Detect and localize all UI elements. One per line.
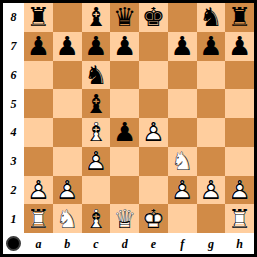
piece-black-pawn[interactable]: ♟ <box>110 32 139 61</box>
file-label-g: g <box>197 233 226 254</box>
square-e8[interactable]: ♚ <box>139 3 168 32</box>
square-h6[interactable] <box>225 61 254 90</box>
square-a1[interactable]: ♜♖ <box>24 204 53 233</box>
file-label-e: e <box>139 233 168 254</box>
square-a2[interactable]: ♟♙ <box>24 176 53 205</box>
chess-diagram-frame: 8♜♝♛♚♞♜7♟♟♟♟♟♟♟6♞5♝4♝♗♟♟♙3♟♙♞♘2♟♙♟♙♟♙♟♙♟… <box>0 0 257 257</box>
square-a5[interactable] <box>24 89 53 118</box>
piece-white-bishop[interactable]: ♝♗ <box>82 118 111 147</box>
file-label-c: c <box>82 233 111 254</box>
square-d5[interactable] <box>110 89 139 118</box>
chess-diagram-inner: 8♜♝♛♚♞♜7♟♟♟♟♟♟♟6♞5♝4♝♗♟♟♙3♟♙♞♘2♟♙♟♙♟♙♟♙♟… <box>3 3 254 254</box>
square-d4[interactable]: ♟ <box>110 118 139 147</box>
rank-label-8: 8 <box>3 3 24 32</box>
file-label-a: a <box>24 233 53 254</box>
piece-black-pawn[interactable]: ♟ <box>82 32 111 61</box>
piece-white-rook[interactable]: ♜♖ <box>225 204 254 233</box>
square-g8[interactable]: ♞ <box>197 3 226 32</box>
piece-white-king[interactable]: ♚♔ <box>139 204 168 233</box>
square-b1[interactable]: ♞♘ <box>53 204 82 233</box>
rank-label-3: 3 <box>3 147 24 176</box>
piece-white-knight[interactable]: ♞♘ <box>168 147 197 176</box>
square-e7[interactable] <box>139 32 168 61</box>
square-c6[interactable]: ♞ <box>82 61 111 90</box>
square-c8[interactable]: ♝ <box>82 3 111 32</box>
piece-black-pawn[interactable]: ♟ <box>24 32 53 61</box>
square-e6[interactable] <box>139 61 168 90</box>
piece-white-pawn[interactable]: ♟♙ <box>82 147 111 176</box>
square-h4[interactable] <box>225 118 254 147</box>
square-c5[interactable]: ♝ <box>82 89 111 118</box>
square-g6[interactable] <box>197 61 226 90</box>
square-a7[interactable]: ♟ <box>24 32 53 61</box>
square-d3[interactable] <box>110 147 139 176</box>
square-g2[interactable]: ♟♙ <box>197 176 226 205</box>
square-h5[interactable] <box>225 89 254 118</box>
square-f7[interactable]: ♟ <box>168 32 197 61</box>
square-a8[interactable]: ♜ <box>24 3 53 32</box>
piece-black-pawn[interactable]: ♟ <box>197 32 226 61</box>
square-a3[interactable] <box>24 147 53 176</box>
square-f3[interactable]: ♞♘ <box>168 147 197 176</box>
rank-label-7: 7 <box>3 32 24 61</box>
square-f1[interactable] <box>168 204 197 233</box>
square-e5[interactable] <box>139 89 168 118</box>
square-b2[interactable]: ♟♙ <box>53 176 82 205</box>
square-b6[interactable] <box>53 61 82 90</box>
piece-black-pawn[interactable]: ♟ <box>225 32 254 61</box>
square-g5[interactable] <box>197 89 226 118</box>
piece-white-pawn[interactable]: ♟♙ <box>139 118 168 147</box>
square-a6[interactable] <box>24 61 53 90</box>
rank-label-2: 2 <box>3 176 24 205</box>
square-b3[interactable] <box>53 147 82 176</box>
square-c1[interactable]: ♝♗ <box>82 204 111 233</box>
square-h8[interactable]: ♜ <box>225 3 254 32</box>
square-h7[interactable]: ♟ <box>225 32 254 61</box>
piece-black-bishop[interactable]: ♝ <box>82 3 111 32</box>
file-label-h: h <box>225 233 254 254</box>
rank-label-1: 1 <box>3 204 24 233</box>
piece-white-pawn[interactable]: ♟♙ <box>197 176 226 205</box>
square-e4[interactable]: ♟♙ <box>139 118 168 147</box>
piece-white-pawn[interactable]: ♟♙ <box>168 176 197 205</box>
rank-label-4: 4 <box>3 118 24 147</box>
piece-white-queen[interactable]: ♛♕ <box>110 204 139 233</box>
square-g7[interactable]: ♟ <box>197 32 226 61</box>
chess-board: 8♜♝♛♚♞♜7♟♟♟♟♟♟♟6♞5♝4♝♗♟♟♙3♟♙♞♘2♟♙♟♙♟♙♟♙♟… <box>3 3 254 254</box>
square-c2[interactable] <box>82 176 111 205</box>
file-label-f: f <box>168 233 197 254</box>
piece-white-rook[interactable]: ♜♖ <box>24 204 53 233</box>
file-label-d: d <box>110 233 139 254</box>
square-g4[interactable] <box>197 118 226 147</box>
file-label-b: b <box>53 233 82 254</box>
piece-black-pawn[interactable]: ♟ <box>168 32 197 61</box>
piece-black-pawn[interactable]: ♟ <box>110 118 139 147</box>
square-b5[interactable] <box>53 89 82 118</box>
piece-black-rook[interactable]: ♜ <box>225 3 254 32</box>
piece-white-bishop[interactable]: ♝♗ <box>82 204 111 233</box>
piece-white-pawn[interactable]: ♟♙ <box>24 176 53 205</box>
square-a4[interactable] <box>24 118 53 147</box>
square-f8[interactable] <box>168 3 197 32</box>
black-to-move-indicator <box>6 236 21 251</box>
square-b8[interactable] <box>53 3 82 32</box>
square-h3[interactable] <box>225 147 254 176</box>
square-f4[interactable] <box>168 118 197 147</box>
piece-white-pawn[interactable]: ♟♙ <box>225 176 254 205</box>
square-c4[interactable]: ♝♗ <box>82 118 111 147</box>
rank-label-6: 6 <box>3 61 24 90</box>
square-f2[interactable]: ♟♙ <box>168 176 197 205</box>
piece-white-pawn[interactable]: ♟♙ <box>53 176 82 205</box>
square-e2[interactable] <box>139 176 168 205</box>
square-e1[interactable]: ♚♔ <box>139 204 168 233</box>
piece-black-pawn[interactable]: ♟ <box>53 32 82 61</box>
square-f6[interactable] <box>168 61 197 90</box>
square-d2[interactable] <box>110 176 139 205</box>
square-b7[interactable]: ♟ <box>53 32 82 61</box>
square-h1[interactable]: ♜♖ <box>225 204 254 233</box>
square-d6[interactable] <box>110 61 139 90</box>
piece-black-bishop[interactable]: ♝ <box>82 89 111 118</box>
square-d7[interactable]: ♟ <box>110 32 139 61</box>
piece-black-queen[interactable]: ♛ <box>110 3 139 32</box>
square-g3[interactable] <box>197 147 226 176</box>
piece-black-knight[interactable]: ♞ <box>197 3 226 32</box>
square-e3[interactable] <box>139 147 168 176</box>
square-c7[interactable]: ♟ <box>82 32 111 61</box>
piece-white-knight[interactable]: ♞♘ <box>53 204 82 233</box>
square-h2[interactable]: ♟♙ <box>225 176 254 205</box>
piece-black-king[interactable]: ♚ <box>139 3 168 32</box>
square-b4[interactable] <box>53 118 82 147</box>
square-g1[interactable] <box>197 204 226 233</box>
piece-black-knight[interactable]: ♞ <box>82 61 111 90</box>
turn-indicator-cell <box>3 233 24 254</box>
square-c3[interactable]: ♟♙ <box>82 147 111 176</box>
rank-label-5: 5 <box>3 89 24 118</box>
square-f5[interactable] <box>168 89 197 118</box>
square-d8[interactable]: ♛ <box>110 3 139 32</box>
piece-black-rook[interactable]: ♜ <box>24 3 53 32</box>
square-d1[interactable]: ♛♕ <box>110 204 139 233</box>
